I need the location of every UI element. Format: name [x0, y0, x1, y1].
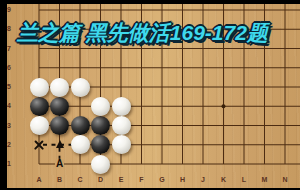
- white-stone-D4: [91, 97, 110, 116]
- white-stone-C2: [71, 135, 90, 154]
- column-coordinate-B: B: [55, 176, 64, 184]
- white-stone-A5: [30, 78, 49, 97]
- black-stone-C3: [71, 116, 90, 135]
- column-coordinate-L: L: [240, 176, 249, 184]
- go-problem-window: A 兰之篇 黑先做活169-172题 987654321ABCDEFGHJKLM…: [0, 0, 300, 190]
- column-coordinate-M: M: [260, 176, 269, 184]
- column-coordinate-N: N: [281, 176, 290, 184]
- row-coordinate-6: 6: [4, 64, 14, 72]
- white-stone-D1: [91, 155, 110, 174]
- black-stone-D3: [91, 116, 110, 135]
- column-coordinate-G: G: [158, 176, 167, 184]
- white-stone-B5: [50, 78, 69, 97]
- column-coordinate-C: C: [76, 176, 85, 184]
- row-coordinate-8: 8: [4, 25, 14, 33]
- column-coordinate-K: K: [219, 176, 228, 184]
- white-stone-A3: [30, 116, 49, 135]
- black-stone-B4: [50, 97, 69, 116]
- black-stone-D2: [91, 135, 110, 154]
- column-coordinate-A: A: [35, 176, 44, 184]
- white-stone-E4: [112, 97, 131, 116]
- x-mark-A2: [33, 139, 45, 151]
- white-stone-E3: [112, 116, 131, 135]
- problem-title: 兰之篇 黑先做活169-172题: [17, 19, 268, 47]
- row-coordinate-2: 2: [4, 141, 14, 149]
- column-coordinate-D: D: [96, 176, 105, 184]
- row-coordinate-3: 3: [4, 122, 14, 130]
- row-coordinate-4: 4: [4, 102, 14, 110]
- column-coordinate-J: J: [199, 176, 208, 184]
- row-coordinate-9: 9: [4, 6, 14, 14]
- black-stone-A4: [30, 97, 49, 116]
- row-coordinate-7: 7: [4, 45, 14, 53]
- column-coordinate-H: H: [178, 176, 187, 184]
- white-stone-C5: [71, 78, 90, 97]
- column-coordinate-E: E: [117, 176, 126, 184]
- white-stone-E2: [112, 135, 131, 154]
- row-coordinate-1: 1: [4, 160, 14, 168]
- triangle-mark-B2: [56, 140, 64, 148]
- black-stone-B3: [50, 116, 69, 135]
- row-coordinate-5: 5: [4, 83, 14, 91]
- point-label-B1: A: [56, 159, 63, 169]
- column-coordinate-F: F: [137, 176, 146, 184]
